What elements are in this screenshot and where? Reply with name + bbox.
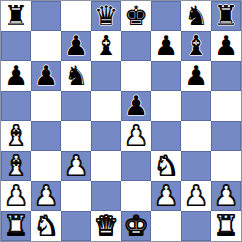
square-e2[interactable] <box>121 181 151 211</box>
piece-white-knight[interactable]: ♞ <box>34 211 58 241</box>
square-h6[interactable] <box>211 61 241 91</box>
piece-black-king[interactable]: ♚ <box>124 1 148 31</box>
square-d2[interactable] <box>91 181 121 211</box>
square-f7[interactable]: ♟ <box>151 31 181 61</box>
piece-white-pawn[interactable]: ♟ <box>4 181 28 211</box>
piece-white-bishop[interactable]: ♝ <box>4 151 28 181</box>
square-e8[interactable]: ♚ <box>121 1 151 31</box>
square-a6[interactable]: ♟ <box>1 61 31 91</box>
square-d5[interactable] <box>91 91 121 121</box>
square-f2[interactable]: ♟ <box>151 181 181 211</box>
piece-black-rook[interactable]: ♜ <box>214 1 238 31</box>
square-g8[interactable]: ♞ <box>181 1 211 31</box>
square-h2[interactable]: ♟ <box>211 181 241 211</box>
square-e4[interactable]: ♟ <box>121 121 151 151</box>
piece-black-pawn[interactable]: ♟ <box>4 61 28 91</box>
square-g7[interactable]: ♝ <box>181 31 211 61</box>
piece-black-pawn[interactable]: ♟ <box>34 61 58 91</box>
square-b3[interactable] <box>31 151 61 181</box>
square-h8[interactable]: ♜ <box>211 1 241 31</box>
square-a4[interactable]: ♝ <box>1 121 31 151</box>
square-f8[interactable] <box>151 1 181 31</box>
piece-black-pawn[interactable]: ♟ <box>124 91 148 121</box>
square-b6[interactable]: ♟ <box>31 61 61 91</box>
square-b4[interactable] <box>31 121 61 151</box>
square-h1[interactable]: ♜ <box>211 211 241 241</box>
square-f4[interactable] <box>151 121 181 151</box>
piece-white-knight[interactable]: ♞ <box>154 151 178 181</box>
square-g1[interactable] <box>181 211 211 241</box>
piece-white-queen[interactable]: ♛ <box>94 211 118 241</box>
square-e7[interactable] <box>121 31 151 61</box>
square-a7[interactable] <box>1 31 31 61</box>
piece-white-pawn[interactable]: ♟ <box>154 181 178 211</box>
square-d1[interactable]: ♛ <box>91 211 121 241</box>
square-d7[interactable]: ♝ <box>91 31 121 61</box>
square-c1[interactable] <box>61 211 91 241</box>
square-c7[interactable]: ♟ <box>61 31 91 61</box>
piece-white-pawn[interactable]: ♟ <box>214 181 238 211</box>
square-a8[interactable]: ♜ <box>1 1 31 31</box>
chess-board: ♜♛♚♞♜♟♝♟♝♟♟♟♞♟♟♝♟♝♟♞♟♟♟♟♟♜♞♛♚♜ <box>0 0 242 242</box>
square-c3[interactable]: ♟ <box>61 151 91 181</box>
square-e6[interactable] <box>121 61 151 91</box>
piece-black-pawn[interactable]: ♟ <box>214 31 238 61</box>
piece-black-pawn[interactable]: ♟ <box>184 61 208 91</box>
piece-white-pawn[interactable]: ♟ <box>64 151 88 181</box>
square-b5[interactable] <box>31 91 61 121</box>
square-d3[interactable] <box>91 151 121 181</box>
square-c4[interactable] <box>61 121 91 151</box>
piece-white-pawn[interactable]: ♟ <box>124 121 148 151</box>
piece-white-bishop[interactable]: ♝ <box>4 121 28 151</box>
piece-white-rook[interactable]: ♜ <box>214 211 238 241</box>
square-b8[interactable] <box>31 1 61 31</box>
square-g3[interactable] <box>181 151 211 181</box>
piece-black-pawn[interactable]: ♟ <box>64 31 88 61</box>
square-f3[interactable]: ♞ <box>151 151 181 181</box>
piece-white-rook[interactable]: ♜ <box>4 211 28 241</box>
square-g5[interactable] <box>181 91 211 121</box>
square-d8[interactable]: ♛ <box>91 1 121 31</box>
square-h7[interactable]: ♟ <box>211 31 241 61</box>
square-h3[interactable] <box>211 151 241 181</box>
square-h4[interactable] <box>211 121 241 151</box>
square-c6[interactable]: ♞ <box>61 61 91 91</box>
square-a5[interactable] <box>1 91 31 121</box>
square-g6[interactable]: ♟ <box>181 61 211 91</box>
square-e3[interactable] <box>121 151 151 181</box>
piece-black-knight[interactable]: ♞ <box>64 61 88 91</box>
square-c5[interactable] <box>61 91 91 121</box>
square-f1[interactable] <box>151 211 181 241</box>
piece-black-bishop[interactable]: ♝ <box>94 31 118 61</box>
square-e5[interactable]: ♟ <box>121 91 151 121</box>
square-d4[interactable] <box>91 121 121 151</box>
piece-white-pawn[interactable]: ♟ <box>34 181 58 211</box>
piece-black-pawn[interactable]: ♟ <box>154 31 178 61</box>
piece-white-pawn[interactable]: ♟ <box>184 181 208 211</box>
square-a3[interactable]: ♝ <box>1 151 31 181</box>
piece-black-knight[interactable]: ♞ <box>184 1 208 31</box>
square-b1[interactable]: ♞ <box>31 211 61 241</box>
square-b2[interactable]: ♟ <box>31 181 61 211</box>
piece-white-king[interactable]: ♚ <box>124 211 148 241</box>
square-c2[interactable] <box>61 181 91 211</box>
square-f5[interactable] <box>151 91 181 121</box>
square-f6[interactable] <box>151 61 181 91</box>
square-a1[interactable]: ♜ <box>1 211 31 241</box>
square-g2[interactable]: ♟ <box>181 181 211 211</box>
square-g4[interactable] <box>181 121 211 151</box>
square-h5[interactable] <box>211 91 241 121</box>
square-e1[interactable]: ♚ <box>121 211 151 241</box>
square-c8[interactable] <box>61 1 91 31</box>
piece-black-rook[interactable]: ♜ <box>4 1 28 31</box>
piece-black-bishop[interactable]: ♝ <box>184 31 208 61</box>
square-d6[interactable] <box>91 61 121 91</box>
square-a2[interactable]: ♟ <box>1 181 31 211</box>
piece-black-queen[interactable]: ♛ <box>94 1 118 31</box>
square-b7[interactable] <box>31 31 61 61</box>
